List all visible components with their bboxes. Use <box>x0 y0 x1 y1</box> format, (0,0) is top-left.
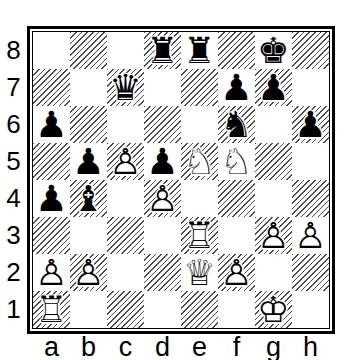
square-b7[interactable] <box>70 69 107 106</box>
square-d2[interactable] <box>144 254 181 291</box>
square-e1[interactable] <box>181 291 218 328</box>
piece-black-pawn[interactable]: ♟♟ <box>33 180 70 217</box>
square-a8[interactable] <box>33 32 70 69</box>
piece-glyph: ♟ <box>35 180 67 217</box>
square-a6[interactable]: ♟♟ <box>33 106 70 143</box>
square-g2[interactable] <box>255 254 292 291</box>
piece-white-knight[interactable]: ♞♘ <box>218 143 255 180</box>
square-g4[interactable] <box>255 180 292 217</box>
piece-black-pawn[interactable]: ♟♟ <box>218 69 255 106</box>
piece-white-pawn[interactable]: ♟♙ <box>292 217 329 254</box>
file-label-d: d <box>144 332 181 360</box>
square-d5[interactable]: ♟♟ <box>144 143 181 180</box>
square-b1[interactable] <box>70 291 107 328</box>
piece-white-queen[interactable]: ♛♕ <box>181 254 218 291</box>
square-a2[interactable]: ♟♙ <box>33 254 70 291</box>
square-d8[interactable]: ♜♜ <box>144 32 181 69</box>
square-h6[interactable]: ♟♟ <box>292 106 329 143</box>
piece-black-queen[interactable]: ♛♛ <box>107 69 144 106</box>
square-b2[interactable]: ♟♙ <box>70 254 107 291</box>
piece-glyph: ♞ <box>220 106 252 143</box>
piece-black-pawn[interactable]: ♟♟ <box>144 143 181 180</box>
piece-glyph: ♟ <box>294 106 326 143</box>
piece-glyph: ♟ <box>220 69 252 106</box>
square-g8[interactable]: ♚♚ <box>255 32 292 69</box>
piece-black-pawn[interactable]: ♟♟ <box>70 143 107 180</box>
piece-white-pawn[interactable]: ♟♙ <box>255 217 292 254</box>
piece-glyph: ♙ <box>220 254 252 291</box>
piece-white-knight[interactable]: ♞♘ <box>181 143 218 180</box>
square-a4[interactable]: ♟♟ <box>33 180 70 217</box>
square-c1[interactable] <box>107 291 144 328</box>
square-f5[interactable]: ♞♘ <box>218 143 255 180</box>
file-label-e: e <box>181 332 218 360</box>
square-a5[interactable] <box>33 143 70 180</box>
file-labels: abcdefgh <box>33 332 329 359</box>
square-d1[interactable] <box>144 291 181 328</box>
square-f8[interactable] <box>218 32 255 69</box>
square-d4[interactable]: ♟♙ <box>144 180 181 217</box>
piece-black-pawn[interactable]: ♟♟ <box>255 69 292 106</box>
square-d6[interactable] <box>144 106 181 143</box>
piece-glyph: ♙ <box>109 143 141 180</box>
square-g6[interactable] <box>255 106 292 143</box>
square-f7[interactable]: ♟♟ <box>218 69 255 106</box>
square-a7[interactable] <box>33 69 70 106</box>
piece-black-rook[interactable]: ♜♜ <box>181 32 218 69</box>
piece-glyph: ♖ <box>35 291 67 328</box>
square-e4[interactable] <box>181 180 218 217</box>
piece-glyph: ♔ <box>257 291 289 328</box>
file-label-f: f <box>218 332 255 360</box>
rank-label-3: 3 <box>0 217 27 254</box>
piece-black-bishop[interactable]: ♝♝ <box>70 180 107 217</box>
piece-glyph: ♖ <box>183 217 215 254</box>
square-h5[interactable] <box>292 143 329 180</box>
piece-glyph: ♛ <box>109 69 141 106</box>
rank-labels: 87654321 <box>0 32 27 328</box>
piece-glyph: ♘ <box>220 143 252 180</box>
piece-black-rook[interactable]: ♜♜ <box>144 32 181 69</box>
square-c5[interactable]: ♟♙ <box>107 143 144 180</box>
piece-glyph: ♟ <box>257 69 289 106</box>
square-d3[interactable] <box>144 217 181 254</box>
square-a3[interactable] <box>33 217 70 254</box>
piece-white-pawn[interactable]: ♟♙ <box>144 180 181 217</box>
piece-glyph: ♙ <box>257 217 289 254</box>
piece-white-rook[interactable]: ♜♖ <box>33 291 70 328</box>
square-e5[interactable]: ♞♘ <box>181 143 218 180</box>
square-e3[interactable]: ♜♖ <box>181 217 218 254</box>
rank-label-2: 2 <box>0 254 27 291</box>
square-e8[interactable]: ♜♜ <box>181 32 218 69</box>
piece-white-pawn[interactable]: ♟♙ <box>33 254 70 291</box>
piece-white-king[interactable]: ♚♔ <box>255 291 292 328</box>
square-g1[interactable]: ♚♔ <box>255 291 292 328</box>
square-f6[interactable]: ♞♞ <box>218 106 255 143</box>
rank-label-8: 8 <box>0 32 27 69</box>
square-e7[interactable] <box>181 69 218 106</box>
piece-glyph: ♟ <box>146 143 178 180</box>
square-f4[interactable] <box>218 180 255 217</box>
square-g7[interactable]: ♟♟ <box>255 69 292 106</box>
piece-glyph: ♙ <box>35 254 67 291</box>
square-f1[interactable] <box>218 291 255 328</box>
square-b5[interactable]: ♟♟ <box>70 143 107 180</box>
square-f3[interactable] <box>218 217 255 254</box>
square-c7[interactable]: ♛♛ <box>107 69 144 106</box>
square-g3[interactable]: ♟♙ <box>255 217 292 254</box>
board-frame: ♜♜♜♜♚♚♛♛♟♟♟♟♟♟♞♞♟♟♟♟♟♙♟♟♞♘♞♘♟♟♝♝♟♙♜♖♟♙♟♙… <box>27 26 335 334</box>
square-b4[interactable]: ♝♝ <box>70 180 107 217</box>
square-b3[interactable] <box>70 217 107 254</box>
piece-glyph: ♝ <box>72 180 104 217</box>
file-label-c: c <box>107 332 144 360</box>
piece-glyph: ♚ <box>257 32 289 69</box>
file-label-g: g <box>255 332 292 360</box>
rank-label-7: 7 <box>0 69 27 106</box>
piece-glyph: ♕ <box>183 254 215 291</box>
file-label-b: b <box>70 332 107 360</box>
square-h2[interactable] <box>292 254 329 291</box>
square-a1[interactable]: ♜♖ <box>33 291 70 328</box>
square-h3[interactable]: ♟♙ <box>292 217 329 254</box>
piece-glyph: ♙ <box>294 217 326 254</box>
piece-black-pawn[interactable]: ♟♟ <box>33 106 70 143</box>
square-b6[interactable] <box>70 106 107 143</box>
chess-diagram: 87654321 ♜♜♜♜♚♚♛♛♟♟♟♟♟♟♞♞♟♟♟♟♟♙♟♟♞♘♞♘♟♟♝… <box>0 0 360 360</box>
file-label-a: a <box>33 332 70 360</box>
square-h1[interactable] <box>292 291 329 328</box>
file-label-h: h <box>292 332 329 360</box>
square-e6[interactable] <box>181 106 218 143</box>
piece-black-pawn[interactable]: ♟♟ <box>292 106 329 143</box>
piece-glyph: ♟ <box>35 106 67 143</box>
square-d7[interactable] <box>144 69 181 106</box>
square-c3[interactable] <box>107 217 144 254</box>
piece-glyph: ♙ <box>72 254 104 291</box>
square-c8[interactable] <box>107 32 144 69</box>
rank-label-1: 1 <box>0 291 27 328</box>
piece-glyph: ♙ <box>146 180 178 217</box>
rank-label-4: 4 <box>0 180 27 217</box>
piece-white-rook[interactable]: ♜♖ <box>181 217 218 254</box>
board: ♜♜♜♜♚♚♛♛♟♟♟♟♟♟♞♞♟♟♟♟♟♙♟♟♞♘♞♘♟♟♝♝♟♙♜♖♟♙♟♙… <box>32 31 330 329</box>
piece-white-pawn[interactable]: ♟♙ <box>107 143 144 180</box>
square-c6[interactable] <box>107 106 144 143</box>
piece-white-pawn[interactable]: ♟♙ <box>218 254 255 291</box>
square-f2[interactable]: ♟♙ <box>218 254 255 291</box>
rank-label-6: 6 <box>0 106 27 143</box>
square-b8[interactable] <box>70 32 107 69</box>
piece-black-knight[interactable]: ♞♞ <box>218 106 255 143</box>
square-c4[interactable] <box>107 180 144 217</box>
piece-black-king[interactable]: ♚♚ <box>255 32 292 69</box>
square-h7[interactable] <box>292 69 329 106</box>
piece-glyph: ♜ <box>146 32 178 69</box>
square-h4[interactable] <box>292 180 329 217</box>
square-g5[interactable] <box>255 143 292 180</box>
square-e2[interactable]: ♛♕ <box>181 254 218 291</box>
square-h8[interactable] <box>292 32 329 69</box>
square-c2[interactable] <box>107 254 144 291</box>
piece-white-pawn[interactable]: ♟♙ <box>70 254 107 291</box>
piece-glyph: ♟ <box>72 143 104 180</box>
piece-glyph: ♘ <box>183 143 215 180</box>
rank-label-5: 5 <box>0 143 27 180</box>
piece-glyph: ♜ <box>183 32 215 69</box>
